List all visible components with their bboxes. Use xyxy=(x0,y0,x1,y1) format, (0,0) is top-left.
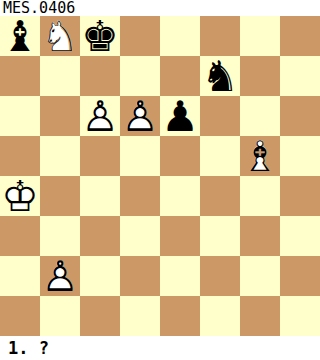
black-pawn[interactable]: ♟ xyxy=(160,96,200,136)
chess-board: ♝♞♘♚♞♟♙♟♙♟♝♗♚♔♟♙ xyxy=(0,16,320,336)
square-h4[interactable] xyxy=(280,176,320,216)
white-pawn[interactable]: ♟♙ xyxy=(40,256,80,296)
square-b8[interactable]: ♞♘ xyxy=(40,16,80,56)
white-pawn[interactable]: ♟♙ xyxy=(80,96,120,136)
move-prompt: 1. ? xyxy=(0,336,320,360)
square-e2[interactable] xyxy=(160,256,200,296)
square-f2[interactable] xyxy=(200,256,240,296)
white-pawn[interactable]: ♟♙ xyxy=(120,96,160,136)
white-king[interactable]: ♚♔ xyxy=(0,176,40,216)
square-b7[interactable] xyxy=(40,56,80,96)
piece-outline: ♙ xyxy=(120,96,160,136)
square-h1[interactable] xyxy=(280,296,320,336)
square-e5[interactable] xyxy=(160,136,200,176)
piece-fill: ♟ xyxy=(160,96,200,136)
black-bishop[interactable]: ♝ xyxy=(0,16,40,56)
square-d6[interactable]: ♟♙ xyxy=(120,96,160,136)
piece-outline: ♗ xyxy=(240,136,280,176)
piece-outline: ♙ xyxy=(40,256,80,296)
square-c5[interactable] xyxy=(80,136,120,176)
square-b5[interactable] xyxy=(40,136,80,176)
square-c8[interactable]: ♚ xyxy=(80,16,120,56)
square-b6[interactable] xyxy=(40,96,80,136)
black-king[interactable]: ♚ xyxy=(80,16,120,56)
square-c7[interactable] xyxy=(80,56,120,96)
square-a3[interactable] xyxy=(0,216,40,256)
square-d1[interactable] xyxy=(120,296,160,336)
square-d4[interactable] xyxy=(120,176,160,216)
square-h2[interactable] xyxy=(280,256,320,296)
square-a8[interactable]: ♝ xyxy=(0,16,40,56)
piece-fill: ♞ xyxy=(200,56,240,96)
square-c2[interactable] xyxy=(80,256,120,296)
square-e8[interactable] xyxy=(160,16,200,56)
square-b1[interactable] xyxy=(40,296,80,336)
square-h8[interactable] xyxy=(280,16,320,56)
white-bishop[interactable]: ♝♗ xyxy=(240,136,280,176)
square-a7[interactable] xyxy=(0,56,40,96)
square-g3[interactable] xyxy=(240,216,280,256)
square-f6[interactable] xyxy=(200,96,240,136)
square-d3[interactable] xyxy=(120,216,160,256)
square-c6[interactable]: ♟♙ xyxy=(80,96,120,136)
square-d5[interactable] xyxy=(120,136,160,176)
square-f7[interactable]: ♞ xyxy=(200,56,240,96)
square-g6[interactable] xyxy=(240,96,280,136)
square-c1[interactable] xyxy=(80,296,120,336)
square-g4[interactable] xyxy=(240,176,280,216)
square-e1[interactable] xyxy=(160,296,200,336)
square-g8[interactable] xyxy=(240,16,280,56)
square-d2[interactable] xyxy=(120,256,160,296)
square-f5[interactable] xyxy=(200,136,240,176)
square-d8[interactable] xyxy=(120,16,160,56)
square-e7[interactable] xyxy=(160,56,200,96)
square-b2[interactable]: ♟♙ xyxy=(40,256,80,296)
square-f3[interactable] xyxy=(200,216,240,256)
square-d7[interactable] xyxy=(120,56,160,96)
piece-outline: ♙ xyxy=(80,96,120,136)
square-a2[interactable] xyxy=(0,256,40,296)
square-g2[interactable] xyxy=(240,256,280,296)
square-c3[interactable] xyxy=(80,216,120,256)
square-e3[interactable] xyxy=(160,216,200,256)
piece-fill: ♝ xyxy=(0,16,40,56)
square-c4[interactable] xyxy=(80,176,120,216)
square-h7[interactable] xyxy=(280,56,320,96)
square-g7[interactable] xyxy=(240,56,280,96)
piece-outline: ♘ xyxy=(40,16,80,56)
black-knight[interactable]: ♞ xyxy=(200,56,240,96)
square-a6[interactable] xyxy=(0,96,40,136)
piece-outline: ♔ xyxy=(0,176,40,216)
square-h5[interactable] xyxy=(280,136,320,176)
square-g1[interactable] xyxy=(240,296,280,336)
white-knight[interactable]: ♞♘ xyxy=(40,16,80,56)
square-a4[interactable]: ♚♔ xyxy=(0,176,40,216)
square-e6[interactable]: ♟ xyxy=(160,96,200,136)
square-a1[interactable] xyxy=(0,296,40,336)
square-g5[interactable]: ♝♗ xyxy=(240,136,280,176)
square-f8[interactable] xyxy=(200,16,240,56)
square-h6[interactable] xyxy=(280,96,320,136)
square-b3[interactable] xyxy=(40,216,80,256)
square-h3[interactable] xyxy=(280,216,320,256)
square-f4[interactable] xyxy=(200,176,240,216)
chess-diagram: MES.0406 ♝♞♘♚♞♟♙♟♙♟♝♗♚♔♟♙ 1. ? xyxy=(0,0,320,360)
square-e4[interactable] xyxy=(160,176,200,216)
piece-fill: ♚ xyxy=(80,16,120,56)
square-a5[interactable] xyxy=(0,136,40,176)
square-f1[interactable] xyxy=(200,296,240,336)
square-b4[interactable] xyxy=(40,176,80,216)
